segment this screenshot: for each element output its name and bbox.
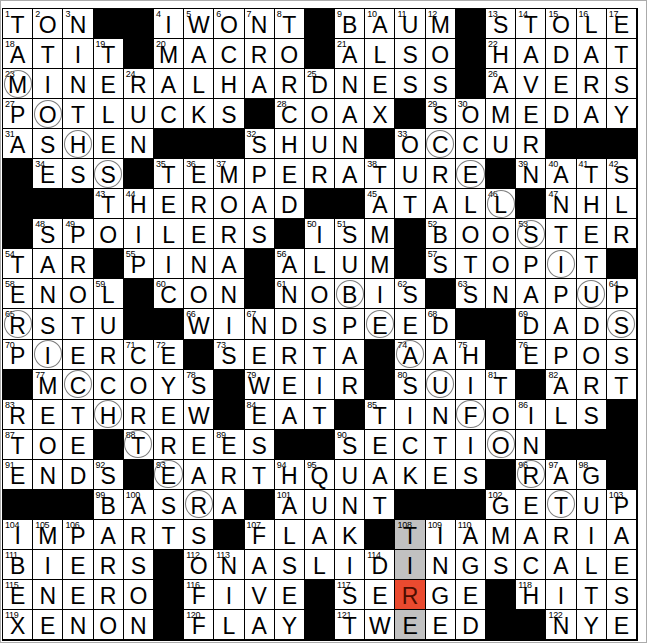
cell-r16c16[interactable]: S bbox=[456, 460, 486, 490]
cell-r14c6[interactable]: E bbox=[154, 400, 184, 430]
cell-r9c12[interactable]: U bbox=[335, 249, 365, 279]
cell-r9c2[interactable]: A bbox=[33, 249, 63, 279]
cell-r19c8[interactable]: 113N bbox=[214, 550, 244, 580]
cell-r10c12[interactable]: B bbox=[335, 279, 365, 309]
cell-r16c13[interactable]: A bbox=[365, 460, 395, 490]
cell-r4c18[interactable]: E bbox=[516, 99, 546, 129]
cell-r6c15[interactable]: R bbox=[426, 159, 456, 189]
cell-r13c12[interactable]: R bbox=[335, 370, 365, 400]
cell-r4c10[interactable]: 28C bbox=[275, 99, 305, 129]
cell-r20c15[interactable]: G bbox=[426, 580, 456, 610]
cell-r11c18[interactable]: 69D bbox=[516, 309, 546, 339]
cell-r15c18[interactable]: N bbox=[516, 430, 546, 460]
cell-r13c20[interactable]: R bbox=[577, 370, 607, 400]
cell-r11c7[interactable]: 66W bbox=[184, 309, 214, 339]
cell-r15c13[interactable]: E bbox=[365, 430, 395, 460]
cell-r19c21[interactable]: E bbox=[607, 550, 637, 580]
cell-r9c19[interactable]: I bbox=[546, 249, 576, 279]
cell-r5c18[interactable]: R bbox=[516, 129, 546, 159]
cell-r1c12[interactable]: 9B bbox=[335, 9, 365, 39]
cell-r19c17[interactable]: S bbox=[486, 550, 516, 580]
cell-r1c17[interactable]: 13S bbox=[486, 9, 516, 39]
cell-r13c4[interactable]: C bbox=[94, 370, 124, 400]
cell-r1c10[interactable]: 8T bbox=[275, 9, 305, 39]
cell-r15c1[interactable]: 87T bbox=[3, 430, 33, 460]
cell-r8c7[interactable]: E bbox=[184, 219, 214, 249]
cell-r13c10[interactable]: E bbox=[275, 370, 305, 400]
cell-r17c17[interactable]: 102G bbox=[486, 490, 516, 520]
cell-r18c2[interactable]: 105M bbox=[33, 520, 63, 550]
cell-r4c1[interactable]: 27P bbox=[3, 99, 33, 129]
cell-r2c2[interactable]: T bbox=[33, 39, 63, 69]
cell-r18c14[interactable]: 108T bbox=[395, 520, 425, 550]
cell-r13c7[interactable]: 78S bbox=[184, 370, 214, 400]
cell-r3c6[interactable]: A bbox=[154, 69, 184, 99]
cell-r17c4[interactable]: 99B bbox=[94, 490, 124, 520]
cell-r1c9[interactable]: 7N bbox=[245, 9, 275, 39]
cell-r11c8[interactable]: I bbox=[214, 309, 244, 339]
cell-r10c21[interactable]: 64P bbox=[607, 279, 637, 309]
cell-r4c15[interactable]: 29S bbox=[426, 99, 456, 129]
cell-r6c13[interactable]: 38T bbox=[365, 159, 395, 189]
cell-r18c11[interactable]: A bbox=[305, 520, 335, 550]
cell-r10c1[interactable]: 58E bbox=[3, 279, 33, 309]
cell-r14c16[interactable]: F bbox=[456, 400, 486, 430]
cell-r12c9[interactable]: E bbox=[245, 340, 275, 370]
cell-r7c16[interactable]: L bbox=[456, 189, 486, 219]
cell-r20c14[interactable]: R bbox=[395, 580, 425, 610]
cell-r4c5[interactable]: U bbox=[124, 99, 154, 129]
cell-r3c17[interactable]: 26A bbox=[486, 69, 516, 99]
cell-r15c8[interactable]: 89E bbox=[214, 430, 244, 460]
cell-r7c9[interactable]: A bbox=[245, 189, 275, 219]
cell-r8c21[interactable]: R bbox=[607, 219, 637, 249]
cell-r9c11[interactable]: L bbox=[305, 249, 335, 279]
cell-r21c2[interactable]: E bbox=[33, 610, 63, 640]
cell-r1c8[interactable]: 6O bbox=[214, 9, 244, 39]
cell-r14c10[interactable]: A bbox=[275, 400, 305, 430]
cell-r16c10[interactable]: 94H bbox=[275, 460, 305, 490]
cell-r7c7[interactable]: R bbox=[184, 189, 214, 219]
cell-r14c2[interactable]: E bbox=[33, 400, 63, 430]
cell-r17c7[interactable]: R bbox=[184, 490, 214, 520]
cell-r16c11[interactable]: 95Q bbox=[305, 460, 335, 490]
cell-r18c9[interactable]: 107F bbox=[245, 520, 275, 550]
cell-r17c8[interactable]: A bbox=[214, 490, 244, 520]
cell-r10c19[interactable]: P bbox=[546, 279, 576, 309]
cell-r18c17[interactable]: M bbox=[486, 520, 516, 550]
cell-r5c14[interactable]: 33O bbox=[395, 129, 425, 159]
cell-r3c19[interactable]: E bbox=[546, 69, 576, 99]
cell-r16c2[interactable]: N bbox=[33, 460, 63, 490]
cell-r17c10[interactable]: 101A bbox=[275, 490, 305, 520]
cell-r19c20[interactable]: L bbox=[577, 550, 607, 580]
cell-r17c11[interactable]: U bbox=[305, 490, 335, 520]
cell-r8c4[interactable]: O bbox=[94, 219, 124, 249]
cell-r10c3[interactable]: O bbox=[63, 279, 93, 309]
cell-r9c20[interactable]: T bbox=[577, 249, 607, 279]
cell-r10c16[interactable]: 63S bbox=[456, 279, 486, 309]
cell-r3c4[interactable]: E bbox=[94, 69, 124, 99]
cell-r20c3[interactable]: E bbox=[63, 580, 93, 610]
cell-r9c8[interactable]: A bbox=[214, 249, 244, 279]
cell-r21c1[interactable]: 119X bbox=[3, 610, 33, 640]
cell-r3c11[interactable]: 25D bbox=[305, 69, 335, 99]
cell-r1c6[interactable]: 4I bbox=[154, 9, 184, 39]
cell-r18c5[interactable]: R bbox=[124, 520, 154, 550]
cell-r15c17[interactable]: O bbox=[486, 430, 516, 460]
cell-r18c12[interactable]: K bbox=[335, 520, 365, 550]
cell-r18c16[interactable]: 110A bbox=[456, 520, 486, 550]
cell-r21c9[interactable]: A bbox=[245, 610, 275, 640]
cell-r2c19[interactable]: D bbox=[546, 39, 576, 69]
cell-r4c19[interactable]: D bbox=[546, 99, 576, 129]
cell-r20c21[interactable]: S bbox=[607, 580, 637, 610]
cell-r11c15[interactable]: 68D bbox=[426, 309, 456, 339]
cell-r19c16[interactable]: G bbox=[456, 550, 486, 580]
cell-r20c20[interactable]: T bbox=[577, 580, 607, 610]
cell-r3c5[interactable]: 24R bbox=[124, 69, 154, 99]
cell-r7c8[interactable]: O bbox=[214, 189, 244, 219]
cell-r18c6[interactable]: T bbox=[154, 520, 184, 550]
cell-r1c2[interactable]: 2O bbox=[33, 9, 63, 39]
cell-r11c2[interactable]: S bbox=[33, 309, 63, 339]
cell-r20c1[interactable]: 115E bbox=[3, 580, 33, 610]
cell-r1c18[interactable]: 14T bbox=[516, 9, 546, 39]
cell-r7c21[interactable]: L bbox=[607, 189, 637, 219]
cell-r19c19[interactable]: A bbox=[546, 550, 576, 580]
cell-r11c20[interactable]: D bbox=[577, 309, 607, 339]
cell-r17c21[interactable]: 103P bbox=[607, 490, 637, 520]
cell-r8c13[interactable]: M bbox=[365, 219, 395, 249]
cell-r21c4[interactable]: O bbox=[94, 610, 124, 640]
cell-r4c12[interactable]: A bbox=[335, 99, 365, 129]
cell-r19c18[interactable]: C bbox=[516, 550, 546, 580]
cell-r3c18[interactable]: V bbox=[516, 69, 546, 99]
cell-r6c14[interactable]: U bbox=[395, 159, 425, 189]
cell-r19c2[interactable]: I bbox=[33, 550, 63, 580]
cell-r17c5[interactable]: 100A bbox=[124, 490, 154, 520]
cell-r5c17[interactable]: U bbox=[486, 129, 516, 159]
cell-r21c12[interactable]: 121T bbox=[335, 610, 365, 640]
cell-r9c17[interactable]: O bbox=[486, 249, 516, 279]
cell-r20c5[interactable]: O bbox=[124, 580, 154, 610]
cell-r8c18[interactable]: 53S bbox=[516, 219, 546, 249]
cell-r1c7[interactable]: 5W bbox=[184, 9, 214, 39]
cell-r6c2[interactable]: 34E bbox=[33, 159, 63, 189]
cell-r20c9[interactable]: V bbox=[245, 580, 275, 610]
cell-r15c3[interactable]: E bbox=[63, 430, 93, 460]
cell-r2c9[interactable]: R bbox=[245, 39, 275, 69]
cell-r14c7[interactable]: W bbox=[184, 400, 214, 430]
cell-r18c10[interactable]: L bbox=[275, 520, 305, 550]
cell-r20c18[interactable]: 118H bbox=[516, 580, 546, 610]
cell-r14c20[interactable]: S bbox=[577, 400, 607, 430]
cell-r21c14[interactable]: E bbox=[395, 610, 425, 640]
cell-r16c7[interactable]: A bbox=[184, 460, 214, 490]
cell-r18c15[interactable]: 109I bbox=[426, 520, 456, 550]
cell-r3c13[interactable]: E bbox=[365, 69, 395, 99]
cell-r15c2[interactable]: O bbox=[33, 430, 63, 460]
cell-r9c7[interactable]: N bbox=[184, 249, 214, 279]
cell-r6c10[interactable]: E bbox=[275, 159, 305, 189]
cell-r10c13[interactable]: I bbox=[365, 279, 395, 309]
cell-r21c10[interactable]: Y bbox=[275, 610, 305, 640]
cell-r19c3[interactable]: E bbox=[63, 550, 93, 580]
cell-r5c15[interactable]: C bbox=[426, 129, 456, 159]
cell-r11c14[interactable]: E bbox=[395, 309, 425, 339]
cell-r11c21[interactable]: S bbox=[607, 309, 637, 339]
cell-r5c10[interactable]: H bbox=[275, 129, 305, 159]
cell-r2c10[interactable]: O bbox=[275, 39, 305, 69]
cell-r6c12[interactable]: A bbox=[335, 159, 365, 189]
cell-r6c18[interactable]: 39N bbox=[516, 159, 546, 189]
cell-r4c3[interactable]: T bbox=[63, 99, 93, 129]
cell-r10c11[interactable]: O bbox=[305, 279, 335, 309]
cell-r5c5[interactable]: N bbox=[124, 129, 154, 159]
cell-r1c3[interactable]: 3N bbox=[63, 9, 93, 39]
cell-r2c12[interactable]: 21A bbox=[335, 39, 365, 69]
cell-r8c15[interactable]: 52B bbox=[426, 219, 456, 249]
cell-r9c16[interactable]: T bbox=[456, 249, 486, 279]
cell-r4c7[interactable]: K bbox=[184, 99, 214, 129]
cell-r10c17[interactable]: N bbox=[486, 279, 516, 309]
cell-r2c21[interactable]: T bbox=[607, 39, 637, 69]
cell-r12c21[interactable]: S bbox=[607, 340, 637, 370]
cell-r7c19[interactable]: 47N bbox=[546, 189, 576, 219]
cell-r20c10[interactable]: E bbox=[275, 580, 305, 610]
cell-r4c17[interactable]: M bbox=[486, 99, 516, 129]
cell-r21c7[interactable]: 120F bbox=[184, 610, 214, 640]
cell-r1c15[interactable]: 12M bbox=[426, 9, 456, 39]
cell-r13c19[interactable]: 82A bbox=[546, 370, 576, 400]
cell-r8c5[interactable]: I bbox=[124, 219, 154, 249]
cell-r10c10[interactable]: 61N bbox=[275, 279, 305, 309]
cell-r13c5[interactable]: O bbox=[124, 370, 154, 400]
cell-r17c20[interactable]: U bbox=[577, 490, 607, 520]
cell-r4c4[interactable]: L bbox=[94, 99, 124, 129]
cell-r11c12[interactable]: P bbox=[335, 309, 365, 339]
cell-r21c20[interactable]: Y bbox=[577, 610, 607, 640]
cell-r6c21[interactable]: 42S bbox=[607, 159, 637, 189]
cell-r19c14[interactable]: I bbox=[395, 550, 425, 580]
cell-r6c4[interactable]: S bbox=[94, 159, 124, 189]
cell-r3c9[interactable]: A bbox=[245, 69, 275, 99]
cell-r5c12[interactable]: N bbox=[335, 129, 365, 159]
cell-r17c19[interactable]: T bbox=[546, 490, 576, 520]
cell-r18c20[interactable]: I bbox=[577, 520, 607, 550]
cell-r2c3[interactable]: I bbox=[63, 39, 93, 69]
cell-r10c20[interactable]: U bbox=[577, 279, 607, 309]
cell-r16c6[interactable]: 93E bbox=[154, 460, 184, 490]
cell-r8c2[interactable]: 48S bbox=[33, 219, 63, 249]
cell-r19c4[interactable]: R bbox=[94, 550, 124, 580]
cell-r21c3[interactable]: N bbox=[63, 610, 93, 640]
cell-r13c17[interactable]: 81T bbox=[486, 370, 516, 400]
cell-r18c19[interactable]: R bbox=[546, 520, 576, 550]
cell-r11c4[interactable]: U bbox=[94, 309, 124, 339]
cell-r4c2[interactable]: O bbox=[33, 99, 63, 129]
cell-r4c8[interactable]: S bbox=[214, 99, 244, 129]
cell-r13c16[interactable]: I bbox=[456, 370, 486, 400]
cell-r21c15[interactable]: E bbox=[426, 610, 456, 640]
cell-r2c15[interactable]: O bbox=[426, 39, 456, 69]
cell-r8c12[interactable]: 51S bbox=[335, 219, 365, 249]
cell-r8c16[interactable]: O bbox=[456, 219, 486, 249]
cell-r14c1[interactable]: 83R bbox=[3, 400, 33, 430]
cell-r9c15[interactable]: 57S bbox=[426, 249, 456, 279]
cell-r14c17[interactable]: O bbox=[486, 400, 516, 430]
cell-r6c3[interactable]: S bbox=[63, 159, 93, 189]
cell-r13c3[interactable]: C bbox=[63, 370, 93, 400]
cell-r20c7[interactable]: 116F bbox=[184, 580, 214, 610]
cell-r8c20[interactable]: E bbox=[577, 219, 607, 249]
cell-r14c13[interactable]: 85T bbox=[365, 400, 395, 430]
cell-r19c1[interactable]: 111B bbox=[3, 550, 33, 580]
cell-r12c10[interactable]: R bbox=[275, 340, 305, 370]
cell-r12c19[interactable]: P bbox=[546, 340, 576, 370]
cell-r2c18[interactable]: A bbox=[516, 39, 546, 69]
cell-r7c20[interactable]: H bbox=[577, 189, 607, 219]
cell-r19c9[interactable]: A bbox=[245, 550, 275, 580]
cell-r16c1[interactable]: 91E bbox=[3, 460, 33, 490]
cell-r6c8[interactable]: 37M bbox=[214, 159, 244, 189]
cell-r21c21[interactable]: E bbox=[607, 610, 637, 640]
cell-r12c1[interactable]: 70P bbox=[3, 340, 33, 370]
cell-r11c9[interactable]: 67N bbox=[245, 309, 275, 339]
cell-r18c4[interactable]: A bbox=[94, 520, 124, 550]
cell-r13c11[interactable]: I bbox=[305, 370, 335, 400]
cell-r2c17[interactable]: 22H bbox=[486, 39, 516, 69]
cell-r9c3[interactable]: R bbox=[63, 249, 93, 279]
cell-r5c3[interactable]: H bbox=[63, 129, 93, 159]
cell-r3c3[interactable]: N bbox=[63, 69, 93, 99]
cell-r11c3[interactable]: T bbox=[63, 309, 93, 339]
cell-r10c2[interactable]: N bbox=[33, 279, 63, 309]
cell-r7c10[interactable]: D bbox=[275, 189, 305, 219]
cell-r16c18[interactable]: 96R bbox=[516, 460, 546, 490]
cell-r5c1[interactable]: 31A bbox=[3, 129, 33, 159]
cell-r16c14[interactable]: K bbox=[395, 460, 425, 490]
cell-r21c16[interactable]: D bbox=[456, 610, 486, 640]
cell-r17c12[interactable]: N bbox=[335, 490, 365, 520]
cell-r2c13[interactable]: L bbox=[365, 39, 395, 69]
cell-r1c13[interactable]: 10A bbox=[365, 9, 395, 39]
cell-r9c5[interactable]: 55P bbox=[124, 249, 154, 279]
cell-r19c15[interactable]: N bbox=[426, 550, 456, 580]
cell-r5c11[interactable]: U bbox=[305, 129, 335, 159]
cell-r3c2[interactable]: I bbox=[33, 69, 63, 99]
cell-r13c14[interactable]: 80S bbox=[395, 370, 425, 400]
cell-r4c20[interactable]: A bbox=[577, 99, 607, 129]
cell-r14c15[interactable]: N bbox=[426, 400, 456, 430]
cell-r12c3[interactable]: E bbox=[63, 340, 93, 370]
cell-r12c6[interactable]: 72E bbox=[154, 340, 184, 370]
cell-r15c9[interactable]: S bbox=[245, 430, 275, 460]
cell-r9c1[interactable]: 54T bbox=[3, 249, 33, 279]
cell-r19c13[interactable]: 114D bbox=[365, 550, 395, 580]
cell-r10c8[interactable]: N bbox=[214, 279, 244, 309]
cell-r15c15[interactable]: T bbox=[426, 430, 456, 460]
cell-r16c9[interactable]: T bbox=[245, 460, 275, 490]
cell-r8c8[interactable]: R bbox=[214, 219, 244, 249]
cell-r1c14[interactable]: 11U bbox=[395, 9, 425, 39]
cell-r13c15[interactable]: U bbox=[426, 370, 456, 400]
cell-r18c7[interactable]: S bbox=[184, 520, 214, 550]
cell-r14c14[interactable]: I bbox=[395, 400, 425, 430]
cell-r3c21[interactable]: S bbox=[607, 69, 637, 99]
cell-r4c16[interactable]: 30O bbox=[456, 99, 486, 129]
cell-r6c16[interactable]: E bbox=[456, 159, 486, 189]
cell-r16c20[interactable]: 98G bbox=[577, 460, 607, 490]
cell-r2c8[interactable]: C bbox=[214, 39, 244, 69]
cell-r6c6[interactable]: 35T bbox=[154, 159, 184, 189]
cell-r9c6[interactable]: I bbox=[154, 249, 184, 279]
cell-r11c1[interactable]: 65R bbox=[3, 309, 33, 339]
cell-r7c6[interactable]: E bbox=[154, 189, 184, 219]
cell-r14c3[interactable]: T bbox=[63, 400, 93, 430]
cell-r21c19[interactable]: 122N bbox=[546, 610, 576, 640]
cell-r13c6[interactable]: Y bbox=[154, 370, 184, 400]
cell-r3c7[interactable]: L bbox=[184, 69, 214, 99]
cell-r3c1[interactable]: 23M bbox=[3, 69, 33, 99]
cell-r12c18[interactable]: 76E bbox=[516, 340, 546, 370]
cell-r12c16[interactable]: 75H bbox=[456, 340, 486, 370]
cell-r15c7[interactable]: E bbox=[184, 430, 214, 460]
cell-r8c3[interactable]: 49P bbox=[63, 219, 93, 249]
cell-r5c4[interactable]: E bbox=[94, 129, 124, 159]
cell-r14c11[interactable]: T bbox=[305, 400, 335, 430]
cell-r20c4[interactable]: R bbox=[94, 580, 124, 610]
cell-r8c9[interactable]: S bbox=[245, 219, 275, 249]
cell-r20c12[interactable]: 117S bbox=[335, 580, 365, 610]
cell-r21c13[interactable]: W bbox=[365, 610, 395, 640]
cell-r14c19[interactable]: L bbox=[546, 400, 576, 430]
cell-r9c13[interactable]: M bbox=[365, 249, 395, 279]
cell-r2c20[interactable]: A bbox=[577, 39, 607, 69]
cell-r5c2[interactable]: S bbox=[33, 129, 63, 159]
cell-r19c11[interactable]: L bbox=[305, 550, 335, 580]
cell-r12c11[interactable]: T bbox=[305, 340, 335, 370]
cell-r17c18[interactable]: E bbox=[516, 490, 546, 520]
cell-r8c19[interactable]: T bbox=[546, 219, 576, 249]
cell-r7c4[interactable]: 43T bbox=[94, 189, 124, 219]
cell-r3c12[interactable]: N bbox=[335, 69, 365, 99]
cell-r7c13[interactable]: 45A bbox=[365, 189, 395, 219]
cell-r18c1[interactable]: 104I bbox=[3, 520, 33, 550]
cell-r14c4[interactable]: H bbox=[94, 400, 124, 430]
cell-r15c16[interactable]: I bbox=[456, 430, 486, 460]
cell-r18c21[interactable]: A bbox=[607, 520, 637, 550]
cell-r10c4[interactable]: 59L bbox=[94, 279, 124, 309]
cell-r1c1[interactable]: 1T bbox=[3, 9, 33, 39]
cell-r2c6[interactable]: 20M bbox=[154, 39, 184, 69]
cell-r15c6[interactable]: R bbox=[154, 430, 184, 460]
cell-r14c18[interactable]: 86I bbox=[516, 400, 546, 430]
cell-r2c14[interactable]: S bbox=[395, 39, 425, 69]
cell-r11c19[interactable]: A bbox=[546, 309, 576, 339]
cell-r11c10[interactable]: D bbox=[275, 309, 305, 339]
cell-r12c20[interactable]: O bbox=[577, 340, 607, 370]
cell-r16c8[interactable]: R bbox=[214, 460, 244, 490]
cell-r3c14[interactable]: S bbox=[395, 69, 425, 99]
cell-r20c2[interactable]: N bbox=[33, 580, 63, 610]
cell-r12c4[interactable]: R bbox=[94, 340, 124, 370]
cell-r9c10[interactable]: 56A bbox=[275, 249, 305, 279]
cell-r13c2[interactable]: 77M bbox=[33, 370, 63, 400]
cell-r10c6[interactable]: 60C bbox=[154, 279, 184, 309]
cell-r9c18[interactable]: P bbox=[516, 249, 546, 279]
